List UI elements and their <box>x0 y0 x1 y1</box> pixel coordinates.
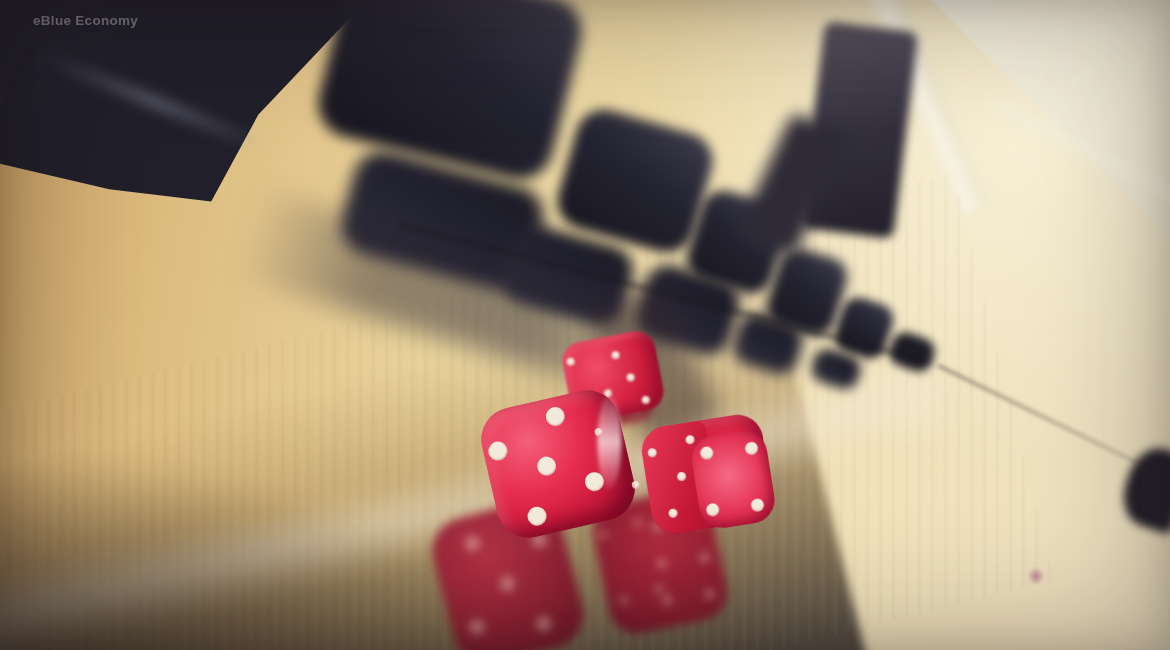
die-pip <box>699 446 713 460</box>
rear-die-reflection <box>570 376 655 433</box>
die-pip <box>705 494 716 505</box>
table-sheen-band <box>0 351 946 650</box>
photo-vignette <box>0 0 1170 650</box>
die-pip <box>633 518 643 528</box>
rear-die-three-face <box>603 343 659 411</box>
sofa-cushion <box>762 244 852 341</box>
die-pip <box>566 357 576 367</box>
right-die-body <box>638 411 775 537</box>
right-die-reflection <box>588 485 733 639</box>
sofa-arm-corner <box>0 0 368 276</box>
die-pip <box>594 427 604 437</box>
sofa-cushion <box>551 103 719 259</box>
die-pip <box>705 503 719 517</box>
receding-edge-line <box>937 364 1138 464</box>
sofa-cushion <box>831 293 898 362</box>
table-shadow-bottom-left <box>0 460 530 650</box>
right-die-four-face <box>693 432 770 525</box>
die-pip <box>598 530 608 540</box>
die-pip <box>587 393 594 400</box>
die-pip <box>744 441 758 455</box>
right-die-reflection-left-face <box>589 504 673 619</box>
right-die-left-face-shade <box>638 420 721 537</box>
front-die-reflection <box>425 493 591 650</box>
ceiling-molding-vertical <box>858 0 994 218</box>
die-pip <box>632 410 639 417</box>
front-die-five-face <box>474 392 619 541</box>
die-pip <box>695 516 705 526</box>
die-pip <box>543 404 569 430</box>
ceiling-molding-horizontal <box>994 99 1170 218</box>
front-die-body <box>475 384 641 544</box>
die-pip <box>465 535 481 551</box>
die-pip <box>627 373 636 382</box>
die-pip <box>657 558 667 568</box>
die-pip <box>485 438 511 464</box>
front-die-side-face-pips <box>590 411 645 506</box>
table-brushed-streaks <box>0 173 1054 650</box>
rear-die-reflection-face <box>579 380 648 430</box>
sofa-cushion-reflection <box>808 345 864 392</box>
die-pip <box>582 468 608 494</box>
sofa-cushion <box>681 185 792 299</box>
cushion-smear-on-table <box>234 187 672 401</box>
die-pip <box>536 615 552 631</box>
die-pip <box>676 471 687 482</box>
die-pip <box>619 595 629 605</box>
front-die-glossy-highlight <box>597 394 621 490</box>
right-edge-dark-shape <box>1115 441 1170 535</box>
right-die-front-face <box>689 428 778 532</box>
rear-die-body <box>559 328 667 424</box>
sofa-cushion-reflection <box>729 309 807 378</box>
front-die-reflection-face <box>455 517 561 648</box>
die-pip <box>685 434 696 445</box>
die-pip <box>700 552 710 562</box>
rear-die-two-face <box>562 342 618 413</box>
die-pip <box>646 447 657 458</box>
sofa-leather-crease <box>36 49 273 156</box>
right-die <box>638 411 775 537</box>
dark-upright-panel-lower <box>737 111 850 259</box>
wall-purple-smudge <box>1026 568 1046 584</box>
rear-small-die <box>559 328 667 424</box>
die-pip <box>662 595 672 605</box>
ceiling-corner <box>830 0 1170 330</box>
front-left-die <box>475 384 641 544</box>
die-pip <box>652 522 662 532</box>
die-pip <box>612 350 621 359</box>
wall-background <box>0 0 1170 650</box>
die-pip <box>500 575 516 591</box>
dice-photo-scene: eBlue Economy <box>0 0 1170 650</box>
right-die-five-face <box>637 422 726 532</box>
die-pip <box>705 589 715 599</box>
die-pip <box>750 498 764 512</box>
die-pip <box>534 453 560 479</box>
watermark-text: eBlue Economy <box>33 13 138 28</box>
sofa-cushion <box>311 0 589 186</box>
die-pip <box>642 396 651 405</box>
sofa-cushion-reflection <box>335 145 551 297</box>
die-pip <box>524 503 550 529</box>
dark-upright-panel <box>800 21 919 239</box>
table-surface <box>0 271 881 650</box>
sofa-cushion-reflection <box>631 260 745 361</box>
sofa-cushion-tip <box>886 329 939 376</box>
cushion-reflection-seam <box>397 222 929 364</box>
die-pip <box>469 619 485 635</box>
wall-light-glow <box>640 0 1170 480</box>
die-pip <box>630 480 640 490</box>
sofa-cushion-reflection <box>496 219 638 330</box>
rear-die-right-face-shade <box>599 334 667 417</box>
die-pip <box>531 531 547 547</box>
dark-reflection-band <box>584 278 724 452</box>
die-pip <box>603 388 613 398</box>
right-die-reflection-front-face <box>644 501 724 620</box>
die-pip <box>654 583 664 593</box>
die-pip <box>667 507 678 518</box>
